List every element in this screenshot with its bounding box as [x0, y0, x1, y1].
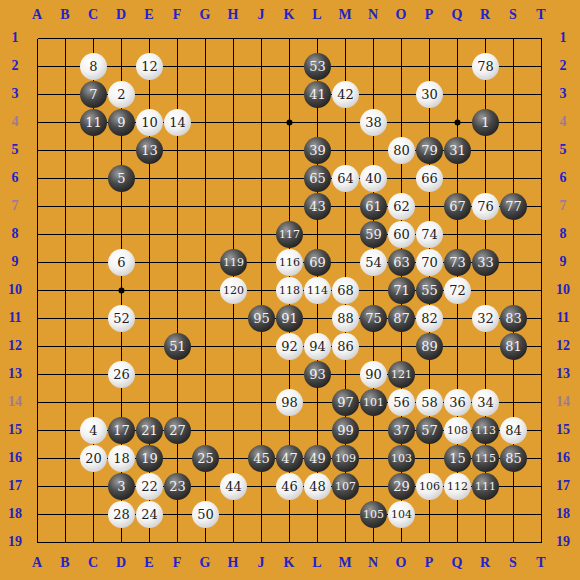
- col-label-bottom-K: K: [284, 555, 295, 571]
- row-label-left-16: 16: [8, 450, 22, 466]
- stone-black-75: 75: [360, 305, 387, 332]
- stone-white-14: 14: [164, 109, 191, 136]
- col-label-bottom-H: H: [228, 555, 239, 571]
- stone-black-105: 105: [360, 501, 387, 528]
- col-label-top-P: P: [425, 7, 434, 23]
- col-label-top-O: O: [396, 7, 407, 23]
- stone-white-40: 40: [360, 165, 387, 192]
- stone-black-11: 11: [80, 109, 107, 136]
- stone-black-37: 37: [388, 417, 415, 444]
- stone-black-15: 15: [444, 445, 471, 472]
- stone-white-38: 38: [360, 109, 387, 136]
- col-label-bottom-E: E: [144, 555, 153, 571]
- stone-white-22: 22: [136, 473, 163, 500]
- row-label-left-14: 14: [8, 394, 22, 410]
- stone-black-59: 59: [360, 221, 387, 248]
- stone-black-71: 71: [388, 277, 415, 304]
- col-label-top-Q: Q: [452, 7, 463, 23]
- stone-black-19: 19: [136, 445, 163, 472]
- stone-black-45: 45: [248, 445, 275, 472]
- row-label-right-10: 10: [556, 282, 570, 298]
- stone-white-44: 44: [220, 473, 247, 500]
- stone-white-94: 94: [304, 333, 331, 360]
- stone-white-116: 116: [276, 249, 303, 276]
- stone-black-5: 5: [108, 165, 135, 192]
- row-label-right-5: 5: [560, 142, 567, 158]
- star-point: [455, 120, 461, 126]
- stone-white-80: 80: [388, 137, 415, 164]
- row-label-right-2: 2: [560, 58, 567, 74]
- stone-white-52: 52: [108, 305, 135, 332]
- stone-white-2: 2: [108, 81, 135, 108]
- row-label-left-6: 6: [12, 170, 19, 186]
- stone-black-69: 69: [304, 249, 331, 276]
- stone-white-28: 28: [108, 501, 135, 528]
- stone-black-91: 91: [276, 305, 303, 332]
- stone-white-66: 66: [416, 165, 443, 192]
- stone-black-65: 65: [304, 165, 331, 192]
- col-label-top-N: N: [368, 7, 378, 23]
- stone-black-101: 101: [360, 389, 387, 416]
- row-label-left-4: 4: [12, 114, 19, 130]
- stone-white-4: 4: [80, 417, 107, 444]
- stone-white-120: 120: [220, 277, 247, 304]
- stone-black-43: 43: [304, 193, 331, 220]
- col-label-bottom-C: C: [88, 555, 98, 571]
- stone-white-12: 12: [136, 53, 163, 80]
- row-label-left-9: 9: [12, 254, 19, 270]
- stone-black-67: 67: [444, 193, 471, 220]
- stone-white-76: 76: [472, 193, 499, 220]
- row-label-left-18: 18: [8, 506, 22, 522]
- row-label-right-14: 14: [556, 394, 570, 410]
- row-label-left-19: 19: [8, 534, 22, 550]
- stone-white-34: 34: [472, 389, 499, 416]
- col-label-bottom-B: B: [60, 555, 69, 571]
- col-label-top-D: D: [116, 7, 126, 23]
- stone-black-61: 61: [360, 193, 387, 220]
- col-label-bottom-N: N: [368, 555, 378, 571]
- stone-white-106: 106: [416, 473, 443, 500]
- stone-white-20: 20: [80, 445, 107, 472]
- row-label-right-18: 18: [556, 506, 570, 522]
- col-label-top-G: G: [200, 7, 211, 23]
- col-label-bottom-D: D: [116, 555, 126, 571]
- col-label-top-E: E: [144, 7, 153, 23]
- stone-black-93: 93: [304, 361, 331, 388]
- row-label-right-13: 13: [556, 366, 570, 382]
- stone-black-89: 89: [416, 333, 443, 360]
- stone-black-111: 111: [472, 473, 499, 500]
- row-label-right-7: 7: [560, 198, 567, 214]
- row-label-left-13: 13: [8, 366, 22, 382]
- stone-black-39: 39: [304, 137, 331, 164]
- stone-white-86: 86: [332, 333, 359, 360]
- row-label-right-8: 8: [560, 226, 567, 242]
- stone-black-47: 47: [276, 445, 303, 472]
- col-label-top-R: R: [480, 7, 490, 23]
- col-label-bottom-F: F: [173, 555, 182, 571]
- stone-white-74: 74: [416, 221, 443, 248]
- stone-white-78: 78: [472, 53, 499, 80]
- stone-black-119: 119: [220, 249, 247, 276]
- stone-black-57: 57: [416, 417, 443, 444]
- stone-black-25: 25: [192, 445, 219, 472]
- row-label-right-16: 16: [556, 450, 570, 466]
- col-label-bottom-S: S: [509, 555, 517, 571]
- stone-black-33: 33: [472, 249, 499, 276]
- stone-white-84: 84: [500, 417, 527, 444]
- stone-black-113: 113: [472, 417, 499, 444]
- stone-black-77: 77: [500, 193, 527, 220]
- stone-white-54: 54: [360, 249, 387, 276]
- col-label-top-C: C: [88, 7, 98, 23]
- row-label-left-17: 17: [8, 478, 22, 494]
- col-label-bottom-P: P: [425, 555, 434, 571]
- stone-black-97: 97: [332, 389, 359, 416]
- stone-white-112: 112: [444, 473, 471, 500]
- stone-black-115: 115: [472, 445, 499, 472]
- stone-white-118: 118: [276, 277, 303, 304]
- col-label-top-A: A: [32, 7, 42, 23]
- stone-white-98: 98: [276, 389, 303, 416]
- row-label-left-12: 12: [8, 338, 22, 354]
- stone-black-1: 1: [472, 109, 499, 136]
- stone-black-79: 79: [416, 137, 443, 164]
- col-label-top-S: S: [509, 7, 517, 23]
- col-label-top-H: H: [228, 7, 239, 23]
- stone-black-3: 3: [108, 473, 135, 500]
- stone-black-13: 13: [136, 137, 163, 164]
- col-label-bottom-M: M: [338, 555, 351, 571]
- stone-black-95: 95: [248, 305, 275, 332]
- stone-black-53: 53: [304, 53, 331, 80]
- stone-black-85: 85: [500, 445, 527, 472]
- stone-white-90: 90: [360, 361, 387, 388]
- stone-white-36: 36: [444, 389, 471, 416]
- stone-white-46: 46: [276, 473, 303, 500]
- col-label-top-L: L: [312, 7, 321, 23]
- col-label-bottom-L: L: [312, 555, 321, 571]
- col-label-top-F: F: [173, 7, 182, 23]
- stone-white-48: 48: [304, 473, 331, 500]
- row-label-right-12: 12: [556, 338, 570, 354]
- go-board: ABCDEFGHJKLMNOPQRST ABCDEFGHJKLMNOPQRST …: [0, 0, 580, 580]
- stone-white-72: 72: [444, 277, 471, 304]
- row-label-left-2: 2: [12, 58, 19, 74]
- col-label-top-T: T: [536, 7, 545, 23]
- col-label-bottom-J: J: [258, 555, 265, 571]
- stone-white-24: 24: [136, 501, 163, 528]
- col-label-top-J: J: [258, 7, 265, 23]
- row-label-right-1: 1: [560, 30, 567, 46]
- row-label-right-3: 3: [560, 86, 567, 102]
- row-label-right-19: 19: [556, 534, 570, 550]
- stone-black-109: 109: [332, 445, 359, 472]
- col-label-bottom-T: T: [536, 555, 545, 571]
- col-label-top-M: M: [338, 7, 351, 23]
- stone-white-32: 32: [472, 305, 499, 332]
- stone-black-81: 81: [500, 333, 527, 360]
- row-label-left-10: 10: [8, 282, 22, 298]
- col-label-bottom-O: O: [396, 555, 407, 571]
- stone-black-117: 117: [276, 221, 303, 248]
- col-label-bottom-R: R: [480, 555, 490, 571]
- stone-white-8: 8: [80, 53, 107, 80]
- stone-black-41: 41: [304, 81, 331, 108]
- stone-black-31: 31: [444, 137, 471, 164]
- stone-black-29: 29: [388, 473, 415, 500]
- row-label-right-15: 15: [556, 422, 570, 438]
- row-label-right-9: 9: [560, 254, 567, 270]
- stone-white-82: 82: [416, 305, 443, 332]
- stone-black-121: 121: [388, 361, 415, 388]
- col-label-top-B: B: [60, 7, 69, 23]
- stone-black-49: 49: [304, 445, 331, 472]
- stone-white-62: 62: [388, 193, 415, 220]
- row-label-right-11: 11: [556, 310, 569, 326]
- row-label-left-15: 15: [8, 422, 22, 438]
- stone-black-83: 83: [500, 305, 527, 332]
- star-point: [119, 288, 125, 294]
- row-label-left-11: 11: [8, 310, 21, 326]
- stone-black-23: 23: [164, 473, 191, 500]
- row-label-right-6: 6: [560, 170, 567, 186]
- row-label-left-3: 3: [12, 86, 19, 102]
- stone-white-30: 30: [416, 81, 443, 108]
- stone-black-17: 17: [108, 417, 135, 444]
- col-label-bottom-Q: Q: [452, 555, 463, 571]
- row-label-left-8: 8: [12, 226, 19, 242]
- stone-white-42: 42: [332, 81, 359, 108]
- stone-black-63: 63: [388, 249, 415, 276]
- row-label-right-17: 17: [556, 478, 570, 494]
- stone-white-58: 58: [416, 389, 443, 416]
- stone-white-56: 56: [388, 389, 415, 416]
- stone-black-27: 27: [164, 417, 191, 444]
- star-point: [287, 120, 293, 126]
- stone-white-70: 70: [416, 249, 443, 276]
- stone-black-51: 51: [164, 333, 191, 360]
- stone-black-21: 21: [136, 417, 163, 444]
- col-label-bottom-A: A: [32, 555, 42, 571]
- stone-black-73: 73: [444, 249, 471, 276]
- col-label-top-K: K: [284, 7, 295, 23]
- col-label-bottom-G: G: [200, 555, 211, 571]
- row-label-right-4: 4: [560, 114, 567, 130]
- stone-white-92: 92: [276, 333, 303, 360]
- stone-black-107: 107: [332, 473, 359, 500]
- stone-black-99: 99: [332, 417, 359, 444]
- stone-white-18: 18: [108, 445, 135, 472]
- stone-white-108: 108: [444, 417, 471, 444]
- stone-white-114: 114: [304, 277, 331, 304]
- row-label-left-1: 1: [12, 30, 19, 46]
- stone-white-104: 104: [388, 501, 415, 528]
- stone-black-7: 7: [80, 81, 107, 108]
- stone-white-64: 64: [332, 165, 359, 192]
- stone-black-9: 9: [108, 109, 135, 136]
- stone-white-68: 68: [332, 277, 359, 304]
- stone-black-87: 87: [388, 305, 415, 332]
- stone-white-6: 6: [108, 249, 135, 276]
- stone-black-103: 103: [388, 445, 415, 472]
- row-label-left-7: 7: [12, 198, 19, 214]
- stone-white-60: 60: [388, 221, 415, 248]
- stone-white-10: 10: [136, 109, 163, 136]
- stone-black-55: 55: [416, 277, 443, 304]
- stone-white-88: 88: [332, 305, 359, 332]
- stone-white-26: 26: [108, 361, 135, 388]
- row-label-left-5: 5: [12, 142, 19, 158]
- stone-white-50: 50: [192, 501, 219, 528]
